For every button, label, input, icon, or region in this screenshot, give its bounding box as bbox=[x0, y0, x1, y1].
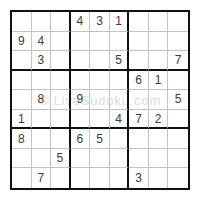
cell-r8c8[interactable] bbox=[149, 149, 169, 169]
cell-r8c1[interactable] bbox=[12, 149, 32, 169]
cell-r2c7[interactable] bbox=[129, 32, 149, 52]
cell-r1c4[interactable]: 4 bbox=[71, 12, 91, 32]
given-digit: 5 bbox=[57, 152, 64, 164]
given-digit: 7 bbox=[175, 54, 182, 66]
cell-r2c6[interactable] bbox=[110, 32, 130, 52]
cell-r5c8[interactable] bbox=[149, 90, 169, 110]
given-digit: 6 bbox=[77, 133, 84, 145]
cell-r3c1[interactable] bbox=[12, 51, 32, 71]
cell-r5c2[interactable]: 8 bbox=[32, 90, 52, 110]
given-digit: 6 bbox=[135, 74, 142, 86]
cell-r1c9[interactable] bbox=[168, 12, 188, 32]
cell-r8c4[interactable] bbox=[71, 149, 91, 169]
cell-r8c2[interactable] bbox=[32, 149, 52, 169]
cell-r1c3[interactable] bbox=[51, 12, 71, 32]
cell-r1c8[interactable] bbox=[149, 12, 169, 32]
cell-r1c7[interactable] bbox=[129, 12, 149, 32]
cell-r6c3[interactable] bbox=[51, 110, 71, 130]
cell-r7c5[interactable]: 5 bbox=[90, 129, 110, 149]
cell-r9c1[interactable] bbox=[12, 168, 32, 188]
cell-r1c6[interactable]: 1 bbox=[110, 12, 130, 32]
cell-r8c9[interactable] bbox=[168, 149, 188, 169]
cell-r3c4[interactable] bbox=[71, 51, 91, 71]
cell-r8c5[interactable] bbox=[90, 149, 110, 169]
cell-r2c5[interactable] bbox=[90, 32, 110, 52]
cell-r1c1[interactable] bbox=[12, 12, 32, 32]
cell-r7c1[interactable]: 8 bbox=[12, 129, 32, 149]
cell-r9c3[interactable] bbox=[51, 168, 71, 188]
cell-r9c4[interactable] bbox=[71, 168, 91, 188]
given-digit: 2 bbox=[155, 113, 162, 125]
cell-r4c3[interactable] bbox=[51, 71, 71, 91]
cell-r9c7[interactable]: 3 bbox=[129, 168, 149, 188]
given-digit: 7 bbox=[37, 172, 44, 184]
cell-r7c8[interactable] bbox=[149, 129, 169, 149]
cell-r1c5[interactable]: 3 bbox=[90, 12, 110, 32]
cell-r5c1[interactable] bbox=[12, 90, 32, 110]
cell-r9c6[interactable] bbox=[110, 168, 130, 188]
given-digit: 4 bbox=[115, 113, 122, 125]
cell-r7c7[interactable] bbox=[129, 129, 149, 149]
cell-r2c1[interactable]: 9 bbox=[12, 32, 32, 52]
cell-r6c5[interactable] bbox=[90, 110, 110, 130]
cell-r6c7[interactable]: 7 bbox=[129, 110, 149, 130]
cell-r2c9[interactable] bbox=[168, 32, 188, 52]
cell-r7c9[interactable] bbox=[168, 129, 188, 149]
cell-r2c8[interactable] bbox=[149, 32, 169, 52]
cell-r6c1[interactable]: 1 bbox=[12, 110, 32, 130]
cell-r7c4[interactable]: 6 bbox=[71, 129, 91, 149]
cell-r9c5[interactable] bbox=[90, 168, 110, 188]
given-digit: 7 bbox=[135, 113, 142, 125]
sudoku-page: © LiveSudoku.com 43194357618951472865573 bbox=[0, 0, 200, 200]
cell-r3c3[interactable] bbox=[51, 51, 71, 71]
cell-r3c9[interactable]: 7 bbox=[168, 51, 188, 71]
cell-r2c3[interactable] bbox=[51, 32, 71, 52]
cell-r4c1[interactable] bbox=[12, 71, 32, 91]
cell-r8c7[interactable] bbox=[129, 149, 149, 169]
cell-r5c4[interactable]: 9 bbox=[71, 90, 91, 110]
cell-r6c2[interactable] bbox=[32, 110, 52, 130]
cell-r5c3[interactable] bbox=[51, 90, 71, 110]
cell-r5c9[interactable]: 5 bbox=[168, 90, 188, 110]
cell-r3c5[interactable] bbox=[90, 51, 110, 71]
cell-r2c2[interactable]: 4 bbox=[32, 32, 52, 52]
given-digit: 9 bbox=[18, 35, 25, 47]
cell-r5c7[interactable] bbox=[129, 90, 149, 110]
given-digit: 5 bbox=[175, 93, 182, 105]
given-digit: 8 bbox=[18, 133, 25, 145]
given-digit: 1 bbox=[115, 15, 122, 27]
cell-r5c5[interactable] bbox=[90, 90, 110, 110]
given-digit: 4 bbox=[77, 15, 84, 27]
given-digit: 1 bbox=[18, 113, 25, 125]
given-digit: 5 bbox=[96, 133, 103, 145]
cell-r9c2[interactable]: 7 bbox=[32, 168, 52, 188]
cell-r4c9[interactable] bbox=[168, 71, 188, 91]
cell-r3c7[interactable] bbox=[129, 51, 149, 71]
given-digit: 1 bbox=[155, 74, 162, 86]
cell-r7c2[interactable] bbox=[32, 129, 52, 149]
given-digit: 3 bbox=[37, 54, 44, 66]
cell-r3c2[interactable]: 3 bbox=[32, 51, 52, 71]
cell-r3c6[interactable]: 5 bbox=[110, 51, 130, 71]
cell-r6c6[interactable]: 4 bbox=[110, 110, 130, 130]
sudoku-grid: © LiveSudoku.com 43194357618951472865573 bbox=[10, 10, 190, 190]
cell-r8c6[interactable] bbox=[110, 149, 130, 169]
cell-r1c2[interactable] bbox=[32, 12, 52, 32]
cell-r4c6[interactable] bbox=[110, 71, 130, 91]
cell-r4c7[interactable]: 6 bbox=[129, 71, 149, 91]
cell-r7c6[interactable] bbox=[110, 129, 130, 149]
cell-r9c9[interactable] bbox=[168, 168, 188, 188]
cell-r9c8[interactable] bbox=[149, 168, 169, 188]
cell-r6c8[interactable]: 2 bbox=[149, 110, 169, 130]
cell-r3c8[interactable] bbox=[149, 51, 169, 71]
cell-r6c9[interactable] bbox=[168, 110, 188, 130]
cell-r4c8[interactable]: 1 bbox=[149, 71, 169, 91]
given-digit: 3 bbox=[135, 172, 142, 184]
cell-r4c2[interactable] bbox=[32, 71, 52, 91]
cell-r2c4[interactable] bbox=[71, 32, 91, 52]
cell-r4c5[interactable] bbox=[90, 71, 110, 91]
given-digit: 9 bbox=[77, 93, 84, 105]
cell-r6c4[interactable] bbox=[71, 110, 91, 130]
given-digit: 3 bbox=[96, 15, 103, 27]
given-digit: 5 bbox=[115, 54, 122, 66]
cell-r7c3[interactable] bbox=[51, 129, 71, 149]
given-digit: 4 bbox=[37, 35, 44, 47]
cell-r4c4[interactable] bbox=[71, 71, 91, 91]
given-digit: 8 bbox=[37, 93, 44, 105]
cell-r5c6[interactable] bbox=[110, 90, 130, 110]
cell-r8c3[interactable]: 5 bbox=[51, 149, 71, 169]
